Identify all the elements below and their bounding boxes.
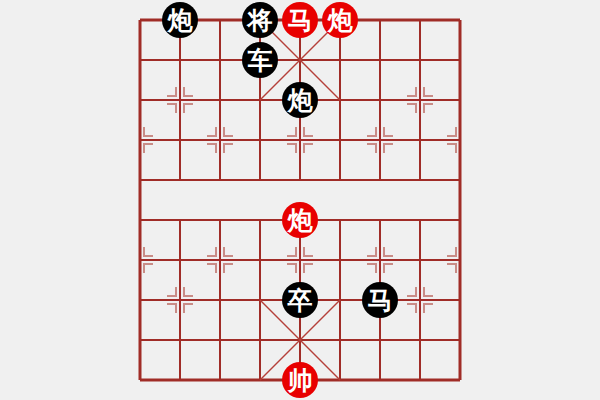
black-general[interactable]: 将	[242, 2, 278, 38]
red-cannon[interactable]: 炮	[322, 2, 358, 38]
black-horse[interactable]: 马	[362, 282, 398, 318]
black-cannon[interactable]: 炮	[282, 82, 318, 118]
black-cannon[interactable]: 炮	[162, 2, 198, 38]
screenshot-root: { "game": "xiangqi", "diagram": { "descr…	[0, 0, 600, 400]
red-cannon[interactable]: 炮	[282, 202, 318, 238]
red-general[interactable]: 帅	[282, 362, 318, 398]
pieces-layer: 炮将马炮车炮炮卒马帅	[120, 0, 480, 400]
xiangqi-app: 炮将马炮车炮炮卒马帅	[0, 0, 600, 400]
black-chariot[interactable]: 车	[242, 42, 278, 78]
red-horse[interactable]: 马	[282, 2, 318, 38]
black-soldier[interactable]: 卒	[282, 282, 318, 318]
